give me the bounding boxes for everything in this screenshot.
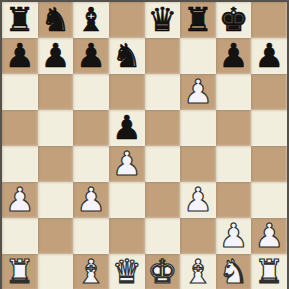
square-b5[interactable]: [38, 110, 74, 146]
square-e6[interactable]: [145, 74, 181, 110]
square-g2[interactable]: ♟: [216, 218, 252, 254]
square-h5[interactable]: [251, 110, 287, 146]
square-f4[interactable]: [180, 146, 216, 182]
white-knight-g1[interactable]: ♞: [219, 254, 249, 289]
square-b1[interactable]: [38, 254, 74, 289]
square-a5[interactable]: [2, 110, 38, 146]
white-bishop-c1[interactable]: ♝: [76, 254, 106, 289]
square-g1[interactable]: ♞: [216, 254, 252, 289]
square-c1[interactable]: ♝: [73, 254, 109, 289]
square-f2[interactable]: [180, 218, 216, 254]
square-b7[interactable]: ♟: [38, 38, 74, 74]
black-pawn-a7[interactable]: ♟: [5, 38, 35, 74]
square-g3[interactable]: [216, 182, 252, 218]
square-a7[interactable]: ♟: [2, 38, 38, 74]
square-a4[interactable]: [2, 146, 38, 182]
square-f7[interactable]: [180, 38, 216, 74]
black-queen-e8[interactable]: ♛: [148, 2, 178, 38]
square-d7[interactable]: ♞: [109, 38, 145, 74]
black-bishop-c8[interactable]: ♝: [76, 2, 106, 38]
square-f5[interactable]: [180, 110, 216, 146]
square-h2[interactable]: ♟: [251, 218, 287, 254]
square-e5[interactable]: [145, 110, 181, 146]
square-h4[interactable]: [251, 146, 287, 182]
white-rook-a1[interactable]: ♜: [5, 254, 35, 289]
white-pawn-h2[interactable]: ♟: [254, 218, 284, 254]
square-c5[interactable]: [73, 110, 109, 146]
square-c7[interactable]: ♟: [73, 38, 109, 74]
square-d3[interactable]: [109, 182, 145, 218]
square-a1[interactable]: ♜: [2, 254, 38, 289]
black-pawn-b7[interactable]: ♟: [41, 38, 71, 74]
black-rook-a8[interactable]: ♜: [5, 2, 35, 38]
square-g5[interactable]: [216, 110, 252, 146]
square-c4[interactable]: [73, 146, 109, 182]
square-d8[interactable]: [109, 2, 145, 38]
square-b8[interactable]: ♞: [38, 2, 74, 38]
square-h3[interactable]: [251, 182, 287, 218]
square-d5[interactable]: ♟: [109, 110, 145, 146]
square-a6[interactable]: [2, 74, 38, 110]
white-pawn-f6[interactable]: ♟: [183, 74, 213, 110]
white-bishop-f1[interactable]: ♝: [183, 254, 213, 289]
square-e7[interactable]: [145, 38, 181, 74]
square-c6[interactable]: [73, 74, 109, 110]
square-h7[interactable]: ♟: [251, 38, 287, 74]
square-g8[interactable]: ♚: [216, 2, 252, 38]
chess-board: ♜♞♝♛♜♚♟♟♟♞♟♟♟♟♟♟♟♟♟♟♜♝♛♚♝♞♜: [0, 0, 289, 289]
white-pawn-c3[interactable]: ♟: [76, 182, 106, 218]
black-rook-f8[interactable]: ♜: [183, 2, 213, 38]
white-pawn-d4[interactable]: ♟: [112, 146, 142, 182]
square-g7[interactable]: ♟: [216, 38, 252, 74]
black-pawn-d5[interactable]: ♟: [112, 110, 142, 146]
square-c3[interactable]: ♟: [73, 182, 109, 218]
square-h6[interactable]: [251, 74, 287, 110]
square-c8[interactable]: ♝: [73, 2, 109, 38]
square-b3[interactable]: [38, 182, 74, 218]
square-a2[interactable]: [2, 218, 38, 254]
square-e4[interactable]: [145, 146, 181, 182]
square-d6[interactable]: [109, 74, 145, 110]
square-g6[interactable]: [216, 74, 252, 110]
black-pawn-g7[interactable]: ♟: [219, 38, 249, 74]
square-c2[interactable]: [73, 218, 109, 254]
square-f6[interactable]: ♟: [180, 74, 216, 110]
square-f3[interactable]: ♟: [180, 182, 216, 218]
white-pawn-a3[interactable]: ♟: [5, 182, 35, 218]
white-pawn-f3[interactable]: ♟: [183, 182, 213, 218]
square-e1[interactable]: ♚: [145, 254, 181, 289]
square-b2[interactable]: [38, 218, 74, 254]
square-b4[interactable]: [38, 146, 74, 182]
square-e2[interactable]: [145, 218, 181, 254]
square-h8[interactable]: [251, 2, 287, 38]
white-pawn-g2[interactable]: ♟: [219, 218, 249, 254]
square-a8[interactable]: ♜: [2, 2, 38, 38]
square-d2[interactable]: [109, 218, 145, 254]
square-a3[interactable]: ♟: [2, 182, 38, 218]
square-g4[interactable]: [216, 146, 252, 182]
square-e3[interactable]: [145, 182, 181, 218]
black-king-g8[interactable]: ♚: [219, 2, 249, 38]
white-queen-d1[interactable]: ♛: [112, 254, 142, 289]
square-h1[interactable]: ♜: [251, 254, 287, 289]
square-f8[interactable]: ♜: [180, 2, 216, 38]
white-rook-h1[interactable]: ♜: [254, 254, 284, 289]
square-e8[interactable]: ♛: [145, 2, 181, 38]
black-pawn-h7[interactable]: ♟: [254, 38, 284, 74]
black-knight-b8[interactable]: ♞: [41, 2, 71, 38]
black-pawn-c7[interactable]: ♟: [76, 38, 106, 74]
square-d4[interactable]: ♟: [109, 146, 145, 182]
square-d1[interactable]: ♛: [109, 254, 145, 289]
square-f1[interactable]: ♝: [180, 254, 216, 289]
black-knight-d7[interactable]: ♞: [112, 38, 142, 74]
square-b6[interactable]: [38, 74, 74, 110]
white-king-e1[interactable]: ♚: [148, 254, 178, 289]
